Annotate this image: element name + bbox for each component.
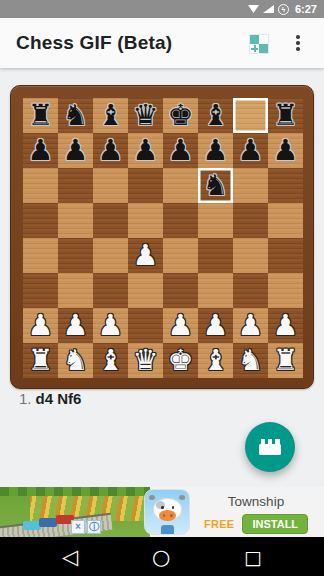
status-bar: ϟ 6:27 [0, 0, 324, 18]
square-f6[interactable]: ♞ [198, 168, 233, 203]
black-knight[interactable]: ♞ [63, 98, 89, 133]
white-knight[interactable]: ♞ [63, 343, 89, 378]
white-pawn[interactable]: ♟ [133, 238, 159, 273]
square-b7[interactable]: ♟ [58, 133, 93, 168]
square-b8[interactable]: ♞ [58, 98, 93, 133]
square-a2[interactable]: ♟ [23, 308, 58, 343]
square-f8[interactable]: ♝ [198, 98, 233, 133]
square-f2[interactable]: ♟ [198, 308, 233, 343]
square-c8[interactable]: ♝ [93, 98, 128, 133]
create-gif-fab[interactable] [245, 422, 295, 472]
move-san: d4 Nf6 [36, 390, 82, 407]
square-e8[interactable]: ♚ [163, 98, 198, 133]
square-h2[interactable]: ♟ [268, 308, 303, 343]
black-pawn[interactable]: ♟ [133, 133, 159, 168]
white-pawn[interactable]: ♟ [98, 308, 124, 343]
square-d2[interactable] [128, 308, 163, 343]
black-pawn[interactable]: ♟ [98, 133, 124, 168]
white-pawn[interactable]: ♟ [28, 308, 54, 343]
square-h6[interactable] [268, 168, 303, 203]
white-king[interactable]: ♚ [168, 343, 194, 378]
cow-graphic [153, 498, 182, 521]
black-knight[interactable]: ♞ [203, 168, 229, 203]
square-g8[interactable] [233, 98, 268, 133]
square-c5[interactable] [93, 203, 128, 238]
board-editor-icon[interactable] [249, 34, 269, 54]
editor-icon-plus-cell [250, 44, 259, 53]
status-clock: 6:27 [295, 3, 317, 15]
square-b3[interactable] [58, 273, 93, 308]
white-pawn[interactable]: ♟ [238, 308, 264, 343]
square-c1[interactable]: ♝ [93, 343, 128, 378]
editor-icon-cell [259, 35, 268, 44]
black-pawn[interactable]: ♟ [168, 133, 194, 168]
square-e3[interactable] [163, 273, 198, 308]
white-pawn[interactable]: ♟ [273, 308, 299, 343]
square-g3[interactable] [233, 273, 268, 308]
square-h7[interactable]: ♟ [268, 133, 303, 168]
square-e6[interactable] [163, 168, 198, 203]
square-a4[interactable] [23, 238, 58, 273]
ad-choice-badges: × ⓘ [71, 520, 101, 534]
square-b4[interactable] [58, 238, 93, 273]
square-e4[interactable] [163, 238, 198, 273]
square-b2[interactable]: ♟ [58, 308, 93, 343]
move-number: 1. [19, 390, 32, 407]
square-a5[interactable] [23, 203, 58, 238]
editor-icon-cell [250, 35, 259, 44]
movie-slate-icon [259, 439, 281, 455]
square-f4[interactable] [198, 238, 233, 273]
square-h8[interactable]: ♜ [268, 98, 303, 133]
app-title: Chess GIF (Beta) [16, 32, 172, 54]
square-g6[interactable] [233, 168, 268, 203]
black-king[interactable]: ♚ [168, 98, 194, 133]
nav-back-button[interactable]: ◁ [62, 545, 78, 569]
battery-saver-icon: ϟ [278, 4, 289, 15]
square-d8[interactable]: ♛ [128, 98, 163, 133]
square-h1[interactable]: ♜ [268, 343, 303, 378]
square-c3[interactable] [93, 273, 128, 308]
square-a3[interactable] [23, 273, 58, 308]
black-queen[interactable]: ♛ [133, 98, 159, 133]
square-d3[interactable] [128, 273, 163, 308]
square-g4[interactable] [233, 238, 268, 273]
ad-app-icon[interactable] [144, 489, 190, 535]
android-nav-bar: ◁ ○ □ [0, 537, 324, 576]
square-g1[interactable]: ♞ [233, 343, 268, 378]
square-b1[interactable]: ♞ [58, 343, 93, 378]
app-bar: Chess GIF (Beta) [0, 18, 324, 68]
chess-board[interactable]: ♜♞♝♛♚♝♜♟♟♟♟♟♟♟♟♞♟♟♟♟♟♟♟♟♜♞♝♛♚♝♞♜ [23, 98, 301, 378]
square-g5[interactable] [233, 203, 268, 238]
square-f7[interactable]: ♟ [198, 133, 233, 168]
phone-screen: ϟ 6:27 Chess GIF (Beta) ♜♞♝♛♚♝♜♟♟♟♟♟♟♟♟♞… [0, 0, 324, 576]
square-g2[interactable]: ♟ [233, 308, 268, 343]
move-list: 1.d4 Nf6 [19, 390, 81, 407]
square-h5[interactable] [268, 203, 303, 238]
black-pawn[interactable]: ♟ [63, 133, 89, 168]
square-d7[interactable]: ♟ [128, 133, 163, 168]
square-h3[interactable] [268, 273, 303, 308]
chess-board-frame: ♜♞♝♛♚♝♜♟♟♟♟♟♟♟♟♞♟♟♟♟♟♟♟♟♜♞♝♛♚♝♞♜ [10, 85, 314, 389]
white-pawn[interactable]: ♟ [63, 308, 89, 343]
black-bishop[interactable]: ♝ [98, 98, 124, 133]
white-pawn[interactable]: ♟ [168, 308, 194, 343]
white-bishop[interactable]: ♝ [203, 343, 229, 378]
black-rook[interactable]: ♜ [273, 98, 299, 133]
cellular-signal-icon [263, 5, 274, 13]
overflow-menu-icon[interactable] [291, 33, 305, 53]
ad-install-button[interactable]: INSTALL [242, 514, 308, 534]
square-h4[interactable] [268, 238, 303, 273]
black-pawn[interactable]: ♟ [238, 133, 264, 168]
square-e5[interactable] [163, 203, 198, 238]
square-b6[interactable] [58, 168, 93, 203]
square-c4[interactable] [93, 238, 128, 273]
ad-info-icon[interactable]: ⓘ [87, 520, 101, 534]
nav-home-button[interactable]: ○ [152, 545, 170, 569]
square-g7[interactable]: ♟ [233, 133, 268, 168]
square-f1[interactable]: ♝ [198, 343, 233, 378]
white-pawn[interactable]: ♟ [203, 308, 229, 343]
square-e2[interactable]: ♟ [163, 308, 198, 343]
square-f3[interactable] [198, 273, 233, 308]
square-c6[interactable] [93, 168, 128, 203]
square-b5[interactable] [58, 203, 93, 238]
white-queen[interactable]: ♛ [133, 343, 159, 378]
square-c7[interactable]: ♟ [93, 133, 128, 168]
square-a6[interactable] [23, 168, 58, 203]
square-d5[interactable] [128, 203, 163, 238]
square-d1[interactable]: ♛ [128, 343, 163, 378]
white-rook[interactable]: ♜ [273, 343, 299, 378]
ad-banner[interactable]: × ⓘ Township FREE INSTALL [0, 487, 324, 537]
square-a7[interactable]: ♟ [23, 133, 58, 168]
ad-app-name[interactable]: Township [196, 494, 316, 509]
black-pawn[interactable]: ♟ [273, 133, 299, 168]
white-bishop[interactable]: ♝ [98, 343, 124, 378]
black-pawn[interactable]: ♟ [203, 133, 229, 168]
white-rook[interactable]: ♜ [28, 343, 54, 378]
black-rook[interactable]: ♜ [28, 98, 54, 133]
editor-icon-cell [259, 44, 268, 53]
square-f5[interactable] [198, 203, 233, 238]
nav-recents-button[interactable]: □ [244, 546, 262, 568]
square-a8[interactable]: ♜ [23, 98, 58, 133]
black-pawn[interactable]: ♟ [28, 133, 54, 168]
square-c2[interactable]: ♟ [93, 308, 128, 343]
black-bishop[interactable]: ♝ [203, 98, 229, 133]
square-d4[interactable]: ♟ [128, 238, 163, 273]
white-knight[interactable]: ♞ [238, 343, 264, 378]
ad-price-label: FREE [204, 518, 235, 530]
wifi-icon [248, 5, 259, 13]
square-a1[interactable]: ♜ [23, 343, 58, 378]
square-d6[interactable] [128, 168, 163, 203]
square-e7[interactable]: ♟ [163, 133, 198, 168]
square-e1[interactable]: ♚ [163, 343, 198, 378]
ad-text-block: Township FREE INSTALL [196, 487, 316, 537]
ad-close-icon[interactable]: × [71, 520, 85, 534]
